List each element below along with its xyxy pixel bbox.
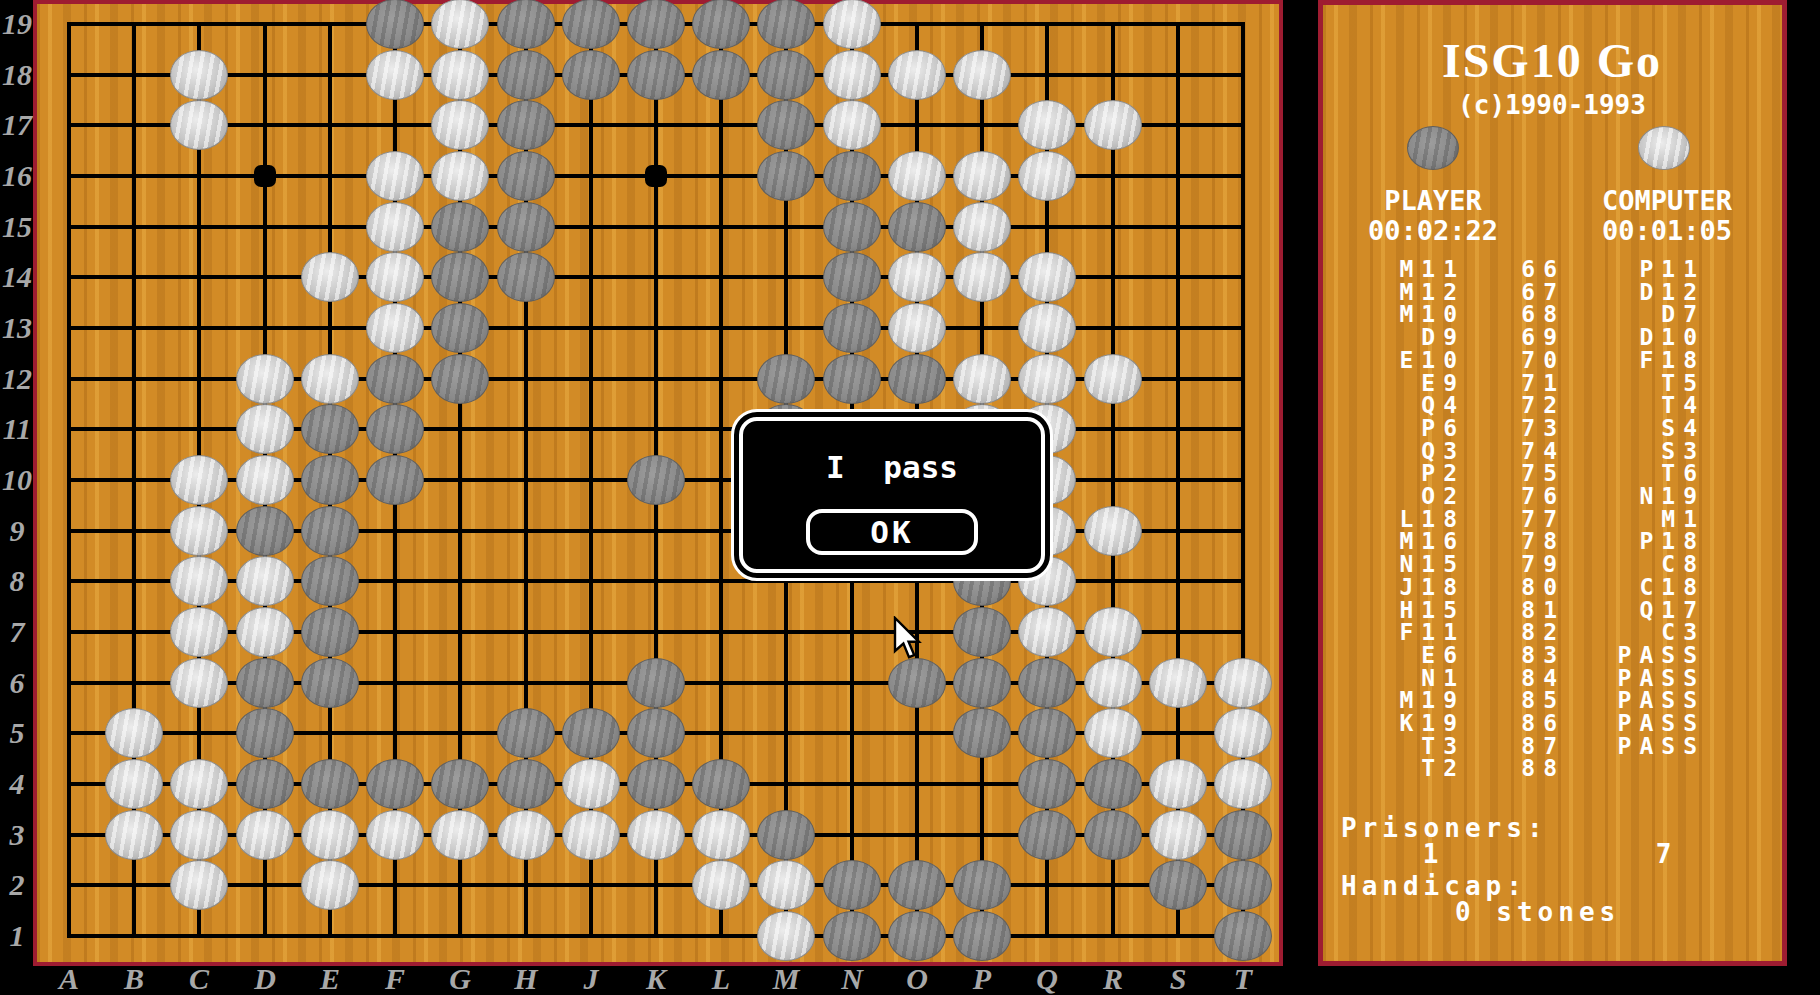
move-cell: PASS bbox=[1565, 644, 1705, 667]
row-coordinate-label: 3 bbox=[0, 820, 34, 850]
stone-white-L3 bbox=[692, 810, 750, 860]
move-cell: M19 bbox=[1343, 689, 1465, 712]
prisoners-player-count: 1 bbox=[1343, 840, 1523, 868]
stone-black-Q5 bbox=[1018, 708, 1076, 758]
move-cell: 72 bbox=[1465, 394, 1565, 417]
row-coordinate-label: 6 bbox=[0, 668, 34, 698]
stone-black-D4 bbox=[236, 759, 294, 809]
stone-black-E7 bbox=[301, 607, 359, 657]
star-point bbox=[254, 165, 276, 187]
stone-black-N1 bbox=[823, 911, 881, 961]
stone-black-N15 bbox=[823, 202, 881, 252]
column-coordinate-label: K bbox=[634, 964, 678, 994]
stone-white-G17 bbox=[431, 100, 489, 150]
stone-black-K19 bbox=[627, 0, 685, 49]
stone-black-E11 bbox=[301, 404, 359, 454]
row-coordinate-label: 14 bbox=[0, 262, 34, 292]
stone-white-P15 bbox=[953, 202, 1011, 252]
move-cell: 86 bbox=[1465, 712, 1565, 735]
column-coordinate-label: Q bbox=[1025, 964, 1069, 994]
stone-black-D6 bbox=[236, 658, 294, 708]
move-row: E971T5 bbox=[1343, 372, 1723, 395]
move-cell: S4 bbox=[1565, 417, 1705, 440]
column-coordinate-label: F bbox=[373, 964, 417, 994]
column-coordinate-label: R bbox=[1091, 964, 1135, 994]
move-cell: 84 bbox=[1465, 667, 1565, 690]
move-cell: F18 bbox=[1565, 349, 1705, 372]
stone-black-D9 bbox=[236, 506, 294, 556]
stone-black-O12 bbox=[888, 354, 946, 404]
move-cell: D10 bbox=[1565, 326, 1705, 349]
stone-black-P2 bbox=[953, 860, 1011, 910]
stone-white-D11 bbox=[236, 404, 294, 454]
stone-black-T2 bbox=[1214, 860, 1272, 910]
move-cell: O2 bbox=[1343, 485, 1465, 508]
stone-black-H4 bbox=[497, 759, 555, 809]
pass-dialog-frame: I pass OK bbox=[739, 417, 1045, 573]
pass-dialog-message: I pass bbox=[743, 449, 1041, 485]
move-cell: PASS bbox=[1565, 689, 1705, 712]
stone-white-T4 bbox=[1214, 759, 1272, 809]
move-row: N184PASS bbox=[1343, 667, 1723, 690]
stone-black-S2 bbox=[1149, 860, 1207, 910]
stone-white-J4 bbox=[562, 759, 620, 809]
stone-black-T1 bbox=[1214, 911, 1272, 961]
column-coordinate-label: J bbox=[569, 964, 613, 994]
stone-white-N19 bbox=[823, 0, 881, 49]
stone-white-S6 bbox=[1149, 658, 1207, 708]
stone-black-E10 bbox=[301, 455, 359, 505]
move-cell: T5 bbox=[1565, 372, 1705, 395]
row-coordinate-label: 13 bbox=[0, 313, 34, 343]
pass-dialog: I pass OK bbox=[731, 409, 1053, 581]
stone-black-F10 bbox=[366, 455, 424, 505]
move-cell: 74 bbox=[1465, 440, 1565, 463]
app-title: ISG10 Go bbox=[1337, 36, 1767, 86]
move-cell: T4 bbox=[1565, 394, 1705, 417]
stone-white-F18 bbox=[366, 50, 424, 100]
stone-black-G15 bbox=[431, 202, 489, 252]
move-row: E1070F18 bbox=[1343, 349, 1723, 372]
stone-black-R4 bbox=[1084, 759, 1142, 809]
stone-black-P1 bbox=[953, 911, 1011, 961]
stone-black-J5 bbox=[562, 708, 620, 758]
row-coordinate-label: 11 bbox=[0, 414, 34, 444]
grid-line bbox=[67, 934, 1245, 938]
stone-black-H5 bbox=[497, 708, 555, 758]
stone-black-M3 bbox=[757, 810, 815, 860]
move-cell: P11 bbox=[1565, 258, 1705, 281]
stone-black-K4 bbox=[627, 759, 685, 809]
stone-white-N17 bbox=[823, 100, 881, 150]
column-coordinate-label: L bbox=[699, 964, 743, 994]
player-stone-icon bbox=[1407, 126, 1459, 170]
stone-white-F13 bbox=[366, 303, 424, 353]
row-coordinate-label: 5 bbox=[0, 718, 34, 748]
row-coordinate-label: 4 bbox=[0, 769, 34, 799]
move-cell: D12 bbox=[1565, 281, 1705, 304]
row-coordinate-label: 16 bbox=[0, 161, 34, 191]
stone-white-R5 bbox=[1084, 708, 1142, 758]
stone-black-O6 bbox=[888, 658, 946, 708]
stone-white-T6 bbox=[1214, 658, 1272, 708]
move-cell: M10 bbox=[1343, 303, 1465, 326]
move-cell: C3 bbox=[1565, 621, 1705, 644]
handicap-value: 0 stones bbox=[1455, 898, 1620, 926]
move-cell: 83 bbox=[1465, 644, 1565, 667]
move-cell: L18 bbox=[1343, 508, 1465, 531]
move-cell: 66 bbox=[1465, 258, 1565, 281]
stone-black-H14 bbox=[497, 252, 555, 302]
stone-white-M2 bbox=[757, 860, 815, 910]
stone-white-F15 bbox=[366, 202, 424, 252]
stone-black-Q6 bbox=[1018, 658, 1076, 708]
stone-white-G16 bbox=[431, 151, 489, 201]
move-cell: H15 bbox=[1343, 599, 1465, 622]
move-cell: T3 bbox=[1343, 735, 1465, 758]
move-cell: 71 bbox=[1465, 372, 1565, 395]
move-cell: C8 bbox=[1565, 553, 1705, 576]
stone-black-P6 bbox=[953, 658, 1011, 708]
move-cell: 87 bbox=[1465, 735, 1565, 758]
move-list: M1166P11M1267D12M1068D7D969D10E1070F18E9… bbox=[1343, 258, 1723, 780]
stone-white-E2 bbox=[301, 860, 359, 910]
move-row: M1267D12 bbox=[1343, 281, 1723, 304]
stone-black-L18 bbox=[692, 50, 750, 100]
stone-white-P18 bbox=[953, 50, 1011, 100]
row-coordinate-label: 17 bbox=[0, 110, 34, 140]
move-row: F1182C3 bbox=[1343, 621, 1723, 644]
stone-white-B4 bbox=[105, 759, 163, 809]
stone-white-C17 bbox=[170, 100, 228, 150]
stone-white-K3 bbox=[627, 810, 685, 860]
move-row: P673S4 bbox=[1343, 417, 1723, 440]
prisoners-computer-count: 7 bbox=[1576, 840, 1756, 868]
stone-white-G3 bbox=[431, 810, 489, 860]
move-row: J1880C18 bbox=[1343, 576, 1723, 599]
stone-white-Q13 bbox=[1018, 303, 1076, 353]
stone-black-K6 bbox=[627, 658, 685, 708]
move-cell: 76 bbox=[1465, 485, 1565, 508]
move-cell: 77 bbox=[1465, 508, 1565, 531]
stone-black-J18 bbox=[562, 50, 620, 100]
stone-black-H18 bbox=[497, 50, 555, 100]
stone-white-P14 bbox=[953, 252, 1011, 302]
stone-white-E3 bbox=[301, 810, 359, 860]
stone-white-P16 bbox=[953, 151, 1011, 201]
stone-black-E4 bbox=[301, 759, 359, 809]
move-row: T288 bbox=[1343, 757, 1723, 780]
stone-white-C10 bbox=[170, 455, 228, 505]
move-cell: M1 bbox=[1565, 508, 1705, 531]
move-row: M1068D7 bbox=[1343, 303, 1723, 326]
star-point bbox=[645, 165, 667, 187]
move-cell: P6 bbox=[1343, 417, 1465, 440]
stone-white-D7 bbox=[236, 607, 294, 657]
player-label: PLAYER bbox=[1323, 186, 1543, 216]
row-coordinate-label: 18 bbox=[0, 60, 34, 90]
row-coordinate-label: 1 bbox=[0, 921, 34, 951]
move-cell: 79 bbox=[1465, 553, 1565, 576]
move-row: O276N19 bbox=[1343, 485, 1723, 508]
move-cell: N1 bbox=[1343, 667, 1465, 690]
stone-black-R3 bbox=[1084, 810, 1142, 860]
move-cell: K19 bbox=[1343, 712, 1465, 735]
computer-clock: 00:01:05 bbox=[1557, 216, 1777, 246]
move-cell: 82 bbox=[1465, 621, 1565, 644]
move-row: K1986PASS bbox=[1343, 712, 1723, 735]
stone-black-H17 bbox=[497, 100, 555, 150]
move-cell: 67 bbox=[1465, 281, 1565, 304]
row-coordinate-label: 19 bbox=[0, 9, 34, 39]
move-cell: Q4 bbox=[1343, 394, 1465, 417]
stone-white-G18 bbox=[431, 50, 489, 100]
stone-black-G13 bbox=[431, 303, 489, 353]
stone-black-G4 bbox=[431, 759, 489, 809]
stone-black-T3 bbox=[1214, 810, 1272, 860]
stone-white-C3 bbox=[170, 810, 228, 860]
move-cell: N15 bbox=[1343, 553, 1465, 576]
stone-white-D10 bbox=[236, 455, 294, 505]
stone-white-D12 bbox=[236, 354, 294, 404]
move-cell: Q3 bbox=[1343, 440, 1465, 463]
stone-black-K10 bbox=[627, 455, 685, 505]
stone-white-C2 bbox=[170, 860, 228, 910]
stone-black-H15 bbox=[497, 202, 555, 252]
stone-black-P5 bbox=[953, 708, 1011, 758]
move-cell: F11 bbox=[1343, 621, 1465, 644]
stone-black-M19 bbox=[757, 0, 815, 49]
app-window: 19A18B17C16D15E14F13G12H11J10K9L8M7N6O5P… bbox=[0, 0, 1820, 995]
move-cell: 78 bbox=[1465, 530, 1565, 553]
move-cell: 70 bbox=[1465, 349, 1565, 372]
stone-black-Q4 bbox=[1018, 759, 1076, 809]
cursor-arrow-icon bbox=[893, 616, 925, 662]
row-coordinate-label: 9 bbox=[0, 516, 34, 546]
stone-white-E12 bbox=[301, 354, 359, 404]
stone-black-F12 bbox=[366, 354, 424, 404]
stone-black-H16 bbox=[497, 151, 555, 201]
stone-white-Q16 bbox=[1018, 151, 1076, 201]
stone-white-C8 bbox=[170, 556, 228, 606]
stone-white-L2 bbox=[692, 860, 750, 910]
stone-black-M16 bbox=[757, 151, 815, 201]
move-cell: M12 bbox=[1343, 281, 1465, 304]
move-row: Q472T4 bbox=[1343, 394, 1723, 417]
move-row: N1579C8 bbox=[1343, 553, 1723, 576]
stone-white-F16 bbox=[366, 151, 424, 201]
stone-white-O16 bbox=[888, 151, 946, 201]
stone-black-K18 bbox=[627, 50, 685, 100]
stone-black-E6 bbox=[301, 658, 359, 708]
stone-black-F19 bbox=[366, 0, 424, 49]
move-cell: C18 bbox=[1565, 576, 1705, 599]
stone-black-Q3 bbox=[1018, 810, 1076, 860]
stone-white-R6 bbox=[1084, 658, 1142, 708]
move-cell: D9 bbox=[1343, 326, 1465, 349]
stone-white-O18 bbox=[888, 50, 946, 100]
stone-white-Q17 bbox=[1018, 100, 1076, 150]
grid-line bbox=[67, 883, 1245, 887]
move-cell: M16 bbox=[1343, 530, 1465, 553]
move-cell: 85 bbox=[1465, 689, 1565, 712]
stone-black-D5 bbox=[236, 708, 294, 758]
row-coordinate-label: 2 bbox=[0, 870, 34, 900]
column-coordinate-label: B bbox=[112, 964, 156, 994]
stone-black-N2 bbox=[823, 860, 881, 910]
stone-black-N12 bbox=[823, 354, 881, 404]
stone-white-R9 bbox=[1084, 506, 1142, 556]
stone-white-D3 bbox=[236, 810, 294, 860]
stone-white-T5 bbox=[1214, 708, 1272, 758]
move-cell: T6 bbox=[1565, 462, 1705, 485]
stone-white-B5 bbox=[105, 708, 163, 758]
stone-white-R17 bbox=[1084, 100, 1142, 150]
move-cell: E6 bbox=[1343, 644, 1465, 667]
move-cell: N19 bbox=[1565, 485, 1705, 508]
column-coordinate-label: M bbox=[764, 964, 808, 994]
column-coordinate-label: O bbox=[895, 964, 939, 994]
stone-white-S3 bbox=[1149, 810, 1207, 860]
move-cell: PASS bbox=[1565, 712, 1705, 735]
stone-black-J19 bbox=[562, 0, 620, 49]
stone-white-H3 bbox=[497, 810, 555, 860]
stone-black-E8 bbox=[301, 556, 359, 606]
stone-black-O15 bbox=[888, 202, 946, 252]
stone-white-R7 bbox=[1084, 607, 1142, 657]
stone-white-C9 bbox=[170, 506, 228, 556]
stone-black-F11 bbox=[366, 404, 424, 454]
stone-black-E9 bbox=[301, 506, 359, 556]
stone-black-N13 bbox=[823, 303, 881, 353]
player-clock: 00:02:22 bbox=[1323, 216, 1543, 246]
move-cell: S3 bbox=[1565, 440, 1705, 463]
stone-black-H19 bbox=[497, 0, 555, 49]
column-coordinate-label: D bbox=[243, 964, 287, 994]
stone-black-M12 bbox=[757, 354, 815, 404]
move-cell: 80 bbox=[1465, 576, 1565, 599]
move-cell: 81 bbox=[1465, 599, 1565, 622]
stone-white-Q7 bbox=[1018, 607, 1076, 657]
move-cell: PASS bbox=[1565, 735, 1705, 758]
row-coordinate-label: 7 bbox=[0, 617, 34, 647]
stone-black-G12 bbox=[431, 354, 489, 404]
stone-white-Q14 bbox=[1018, 252, 1076, 302]
move-cell: E10 bbox=[1343, 349, 1465, 372]
row-coordinate-label: 12 bbox=[0, 364, 34, 394]
stone-black-O2 bbox=[888, 860, 946, 910]
row-coordinate-label: 8 bbox=[0, 566, 34, 596]
move-cell: 68 bbox=[1465, 303, 1565, 326]
column-coordinate-label: G bbox=[438, 964, 482, 994]
column-coordinate-label: T bbox=[1221, 964, 1265, 994]
move-row: E683PASS bbox=[1343, 644, 1723, 667]
move-row: T387PASS bbox=[1343, 735, 1723, 758]
move-row: D969D10 bbox=[1343, 326, 1723, 349]
move-cell: J18 bbox=[1343, 576, 1465, 599]
move-cell: D7 bbox=[1565, 303, 1705, 326]
move-cell: 73 bbox=[1465, 417, 1565, 440]
stone-black-L19 bbox=[692, 0, 750, 49]
stone-white-R12 bbox=[1084, 354, 1142, 404]
row-coordinate-label: 10 bbox=[0, 465, 34, 495]
column-coordinate-label: S bbox=[1156, 964, 1200, 994]
computer-stone-icon bbox=[1638, 126, 1690, 170]
stone-white-C7 bbox=[170, 607, 228, 657]
ok-button[interactable]: OK bbox=[806, 509, 978, 555]
row-coordinate-label: 15 bbox=[0, 212, 34, 242]
stone-white-G19 bbox=[431, 0, 489, 49]
stone-white-M1 bbox=[757, 911, 815, 961]
stone-white-N18 bbox=[823, 50, 881, 100]
stone-white-D8 bbox=[236, 556, 294, 606]
column-coordinate-label: P bbox=[960, 964, 1004, 994]
move-row: M1678P18 bbox=[1343, 530, 1723, 553]
move-cell: 75 bbox=[1465, 462, 1565, 485]
stone-white-F3 bbox=[366, 810, 424, 860]
copyright-text: (c)1990-1993 bbox=[1337, 90, 1767, 120]
stone-white-C18 bbox=[170, 50, 228, 100]
prisoners-label: Prisoners: bbox=[1341, 814, 1548, 842]
stone-white-E14 bbox=[301, 252, 359, 302]
move-cell: P2 bbox=[1343, 462, 1465, 485]
move-cell: Q17 bbox=[1565, 599, 1705, 622]
move-cell: 88 bbox=[1465, 757, 1565, 780]
column-coordinate-label: A bbox=[47, 964, 91, 994]
stone-white-P12 bbox=[953, 354, 1011, 404]
column-coordinate-label: E bbox=[308, 964, 352, 994]
stone-black-O1 bbox=[888, 911, 946, 961]
stone-white-O13 bbox=[888, 303, 946, 353]
stone-black-L4 bbox=[692, 759, 750, 809]
stone-white-S4 bbox=[1149, 759, 1207, 809]
handicap-label: Handicap: bbox=[1341, 872, 1527, 900]
move-cell: M11 bbox=[1343, 258, 1465, 281]
move-cell: 69 bbox=[1465, 326, 1565, 349]
move-row: P275T6 bbox=[1343, 462, 1723, 485]
column-coordinate-label: H bbox=[504, 964, 548, 994]
stone-white-C4 bbox=[170, 759, 228, 809]
stone-black-M18 bbox=[757, 50, 815, 100]
stone-white-C6 bbox=[170, 658, 228, 708]
move-cell: PASS bbox=[1565, 667, 1705, 690]
stone-white-O14 bbox=[888, 252, 946, 302]
column-coordinate-label: C bbox=[177, 964, 221, 994]
stone-white-Q12 bbox=[1018, 354, 1076, 404]
stone-black-N16 bbox=[823, 151, 881, 201]
move-row: M1985PASS bbox=[1343, 689, 1723, 712]
column-coordinate-label: N bbox=[830, 964, 874, 994]
move-cell: P18 bbox=[1565, 530, 1705, 553]
move-cell bbox=[1565, 757, 1705, 780]
computer-label: COMPUTER bbox=[1557, 186, 1777, 216]
move-row: L1877M1 bbox=[1343, 508, 1723, 531]
stone-black-N14 bbox=[823, 252, 881, 302]
stone-white-B3 bbox=[105, 810, 163, 860]
stone-white-F14 bbox=[366, 252, 424, 302]
stone-black-M17 bbox=[757, 100, 815, 150]
move-row: M1166P11 bbox=[1343, 258, 1723, 281]
stone-black-P7 bbox=[953, 607, 1011, 657]
move-row: Q374S3 bbox=[1343, 440, 1723, 463]
stone-black-F4 bbox=[366, 759, 424, 809]
move-row: H1581Q17 bbox=[1343, 599, 1723, 622]
stone-black-G14 bbox=[431, 252, 489, 302]
stone-black-K5 bbox=[627, 708, 685, 758]
stone-white-J3 bbox=[562, 810, 620, 860]
move-cell: T2 bbox=[1343, 757, 1465, 780]
move-cell: E9 bbox=[1343, 372, 1465, 395]
